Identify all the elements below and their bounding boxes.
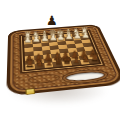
piece-white-pawn: ♟ bbox=[49, 33, 57, 42]
square: ♟ bbox=[40, 39, 49, 43]
chess-case: ♜♞♝♛♚♝♞♜♟♟♟♟♟♟♟♟♟♟♟♟♟♟♟♟♜♞♝♛♚♝♞♜ bbox=[6, 24, 120, 96]
square: ♝ bbox=[71, 60, 81, 65]
piece-white-pawn: ♟ bbox=[32, 34, 40, 43]
square: ♞ bbox=[34, 63, 44, 68]
piece-black-queen: ♛ bbox=[53, 56, 63, 67]
piece-black-rook: ♜ bbox=[25, 59, 35, 70]
square: ♟ bbox=[32, 39, 41, 43]
product-photo: ♟ ♜♞♝♛♚♝♞♜♟♟♟♟♟♟♟♟♟♟♟♟♟♟♟♟♜♞♝♛♚♝♞♜ bbox=[0, 0, 120, 120]
carved-ornament bbox=[28, 73, 60, 84]
piece-white-pawn: ♟ bbox=[81, 30, 89, 39]
brass-latch bbox=[25, 88, 35, 95]
square: ♞ bbox=[80, 59, 90, 64]
square bbox=[33, 47, 42, 52]
square: ♛ bbox=[53, 62, 63, 67]
background-piece: ♟ bbox=[46, 14, 58, 27]
board-plane: ♜♞♝♛♚♝♞♜♟♟♟♟♟♟♟♟♟♟♟♟♟♟♟♟♜♞♝♛♚♝♞♜ bbox=[6, 24, 120, 96]
piece-white-pawn: ♟ bbox=[57, 32, 65, 41]
piece-white-pawn: ♟ bbox=[24, 35, 33, 45]
square: ♝ bbox=[44, 63, 54, 68]
chess-board-grid: ♜♞♝♛♚♝♞♜♟♟♟♟♟♟♟♟♟♟♟♟♟♟♟♟♜♞♝♛♚♝♞♜ bbox=[24, 32, 99, 69]
square bbox=[24, 44, 33, 48]
handle-cutout bbox=[66, 71, 105, 81]
piece-white-pawn: ♟ bbox=[41, 33, 49, 42]
square: ♜ bbox=[25, 64, 35, 70]
piece-black-king: ♚ bbox=[63, 55, 72, 66]
chess-board: ♜♞♝♛♚♝♞♜♟♟♟♟♟♟♟♟♟♟♟♟♟♟♟♟♜♞♝♛♚♝♞♜ bbox=[22, 31, 102, 71]
piece-black-knight: ♞ bbox=[35, 58, 45, 69]
piece-black-bishop: ♝ bbox=[72, 54, 81, 65]
square: ♟ bbox=[64, 37, 73, 41]
piece-black-bishop: ♝ bbox=[44, 57, 54, 68]
square: ♟ bbox=[72, 36, 81, 40]
square: ♟ bbox=[48, 38, 57, 42]
piece-white-pawn: ♟ bbox=[65, 31, 73, 40]
piece-black-rook: ♜ bbox=[90, 53, 99, 63]
square: ♟ bbox=[24, 40, 33, 44]
piece-white-pawn: ♟ bbox=[73, 31, 81, 40]
piece-black-knight: ♞ bbox=[81, 54, 90, 65]
